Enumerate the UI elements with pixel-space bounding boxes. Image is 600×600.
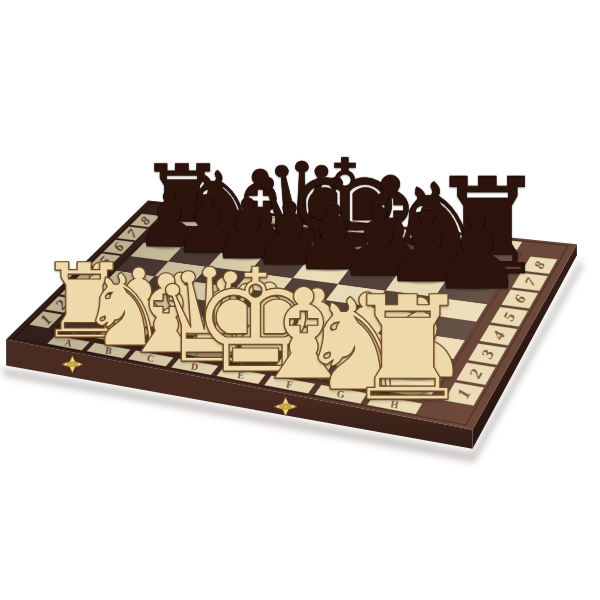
piece-white-rook-h1[interactable]: ♜ [343,277,473,422]
chess-set-photo: AABBCCDDEEFFGGHH1122334455667788 ♜♞♝♟♛♟♚… [0,0,600,600]
